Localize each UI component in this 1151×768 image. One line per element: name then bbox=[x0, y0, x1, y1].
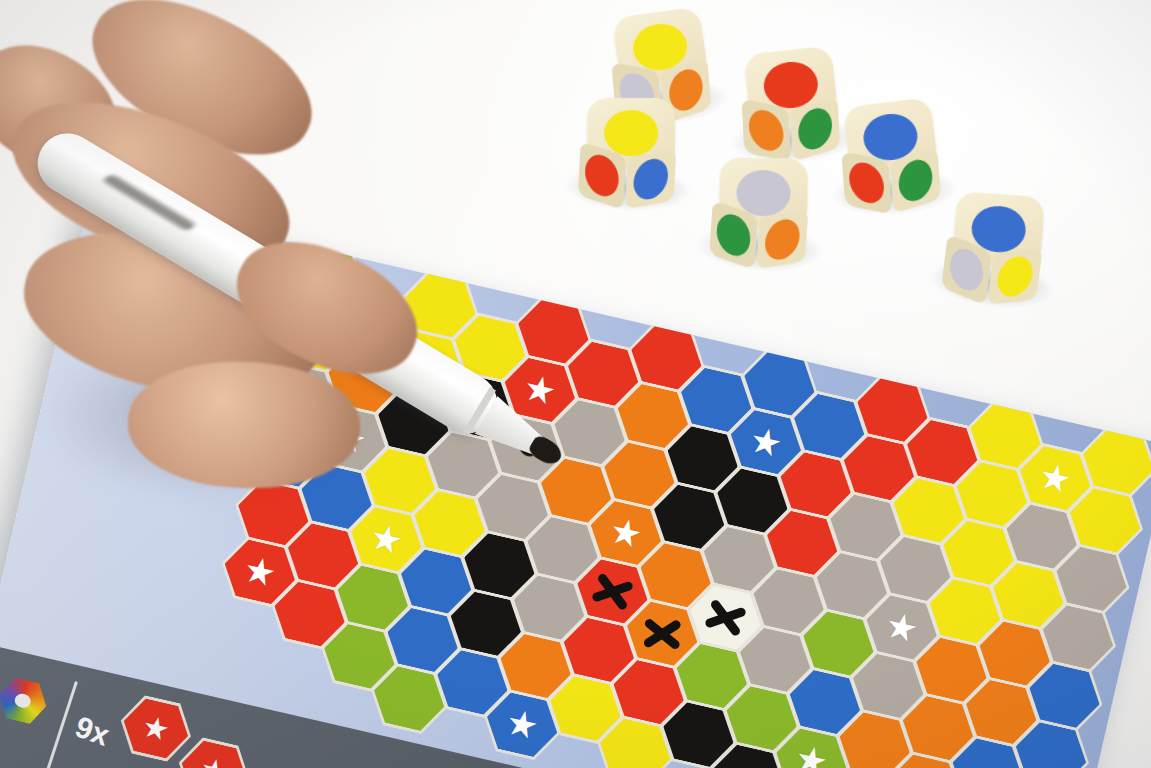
photo-scene: ★★★★★★★★★★★★ 9x ★★★★ bbox=[0, 0, 1151, 768]
hand-holding-pen bbox=[0, 0, 1151, 768]
